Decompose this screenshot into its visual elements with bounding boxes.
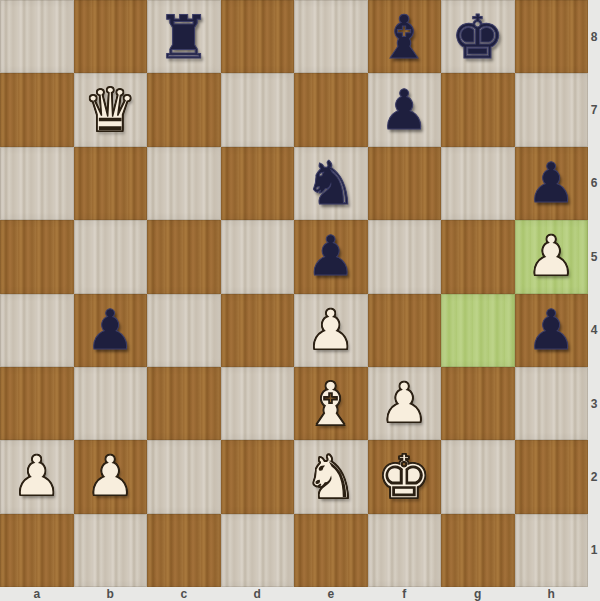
white-queen[interactable]: ♛ — [83, 80, 137, 140]
black-pawn[interactable]: ♟ — [306, 229, 355, 284]
square-a4[interactable] — [0, 294, 74, 367]
file-label-h: h — [515, 587, 589, 601]
black-pawn[interactable]: ♟ — [380, 83, 429, 138]
chess-board: ♜♝♚♛♟♞♟♟♟♟♟♟♝♟♟♟♞♚ — [0, 0, 588, 587]
black-pawn[interactable]: ♟ — [527, 156, 576, 211]
white-pawn[interactable]: ♟ — [12, 449, 61, 504]
square-c4[interactable] — [147, 294, 221, 367]
white-bishop[interactable]: ♝ — [304, 374, 358, 434]
square-f2[interactable]: ♚ — [368, 440, 442, 513]
white-pawn[interactable]: ♟ — [527, 229, 576, 284]
square-g3[interactable] — [441, 367, 515, 440]
rank-label-2: 2 — [588, 440, 600, 513]
white-pawn[interactable]: ♟ — [306, 303, 355, 358]
square-f1[interactable] — [368, 514, 442, 587]
square-e8[interactable] — [294, 0, 368, 73]
square-d4[interactable] — [221, 294, 295, 367]
file-coordinates: abcdefgh — [0, 587, 588, 601]
square-g5[interactable] — [441, 220, 515, 293]
square-f6[interactable] — [368, 147, 442, 220]
square-c6[interactable] — [147, 147, 221, 220]
square-f4[interactable] — [368, 294, 442, 367]
square-d6[interactable] — [221, 147, 295, 220]
square-f7[interactable]: ♟ — [368, 73, 442, 146]
square-e3[interactable]: ♝ — [294, 367, 368, 440]
square-c1[interactable] — [147, 514, 221, 587]
square-a2[interactable]: ♟ — [0, 440, 74, 513]
chessboard-app: ♜♝♚♛♟♞♟♟♟♟♟♟♝♟♟♟♞♚ 87654321 abcdefgh — [0, 0, 600, 601]
square-b7[interactable]: ♛ — [74, 73, 148, 146]
black-pawn[interactable]: ♟ — [527, 303, 576, 358]
square-d5[interactable] — [221, 220, 295, 293]
rank-label-1: 1 — [588, 514, 600, 587]
square-a8[interactable] — [0, 0, 74, 73]
square-d1[interactable] — [221, 514, 295, 587]
white-pawn[interactable]: ♟ — [380, 376, 429, 431]
square-d7[interactable] — [221, 73, 295, 146]
square-a5[interactable] — [0, 220, 74, 293]
square-h3[interactable] — [515, 367, 589, 440]
black-bishop[interactable]: ♝ — [377, 7, 431, 67]
square-b2[interactable]: ♟ — [74, 440, 148, 513]
rank-label-3: 3 — [588, 367, 600, 440]
white-pawn[interactable]: ♟ — [86, 449, 135, 504]
file-label-b: b — [74, 587, 148, 601]
square-b4[interactable]: ♟ — [74, 294, 148, 367]
file-label-e: e — [294, 587, 368, 601]
square-g6[interactable] — [441, 147, 515, 220]
square-b5[interactable] — [74, 220, 148, 293]
square-d3[interactable] — [221, 367, 295, 440]
square-h4[interactable]: ♟ — [515, 294, 589, 367]
square-a1[interactable] — [0, 514, 74, 587]
white-king[interactable]: ♚ — [377, 447, 431, 507]
coordinate-corner — [588, 587, 600, 601]
square-f8[interactable]: ♝ — [368, 0, 442, 73]
square-f5[interactable] — [368, 220, 442, 293]
square-b8[interactable] — [74, 0, 148, 73]
square-e6[interactable]: ♞ — [294, 147, 368, 220]
square-f3[interactable]: ♟ — [368, 367, 442, 440]
square-h7[interactable] — [515, 73, 589, 146]
square-e1[interactable] — [294, 514, 368, 587]
square-h2[interactable] — [515, 440, 589, 513]
square-g1[interactable] — [441, 514, 515, 587]
square-b6[interactable] — [74, 147, 148, 220]
rank-label-8: 8 — [588, 0, 600, 73]
square-c5[interactable] — [147, 220, 221, 293]
square-c8[interactable]: ♜ — [147, 0, 221, 73]
rank-coordinates: 87654321 — [588, 0, 600, 587]
square-h8[interactable] — [515, 0, 589, 73]
square-c7[interactable] — [147, 73, 221, 146]
square-e5[interactable]: ♟ — [294, 220, 368, 293]
file-label-c: c — [147, 587, 221, 601]
white-knight[interactable]: ♞ — [304, 447, 358, 507]
square-a3[interactable] — [0, 367, 74, 440]
rank-label-6: 6 — [588, 147, 600, 220]
file-label-f: f — [368, 587, 442, 601]
square-g4[interactable] — [441, 294, 515, 367]
rank-label-5: 5 — [588, 220, 600, 293]
square-h6[interactable]: ♟ — [515, 147, 589, 220]
black-king[interactable]: ♚ — [451, 7, 505, 67]
black-knight[interactable]: ♞ — [304, 153, 358, 213]
file-label-g: g — [441, 587, 515, 601]
square-h1[interactable] — [515, 514, 589, 587]
square-d2[interactable] — [221, 440, 295, 513]
square-g2[interactable] — [441, 440, 515, 513]
black-pawn[interactable]: ♟ — [86, 303, 135, 358]
rank-label-4: 4 — [588, 294, 600, 367]
file-label-a: a — [0, 587, 74, 601]
square-e2[interactable]: ♞ — [294, 440, 368, 513]
square-c3[interactable] — [147, 367, 221, 440]
square-g8[interactable]: ♚ — [441, 0, 515, 73]
file-label-d: d — [221, 587, 295, 601]
square-h5[interactable]: ♟ — [515, 220, 589, 293]
square-b1[interactable] — [74, 514, 148, 587]
square-e7[interactable] — [294, 73, 368, 146]
square-g7[interactable] — [441, 73, 515, 146]
black-rook[interactable]: ♜ — [157, 7, 211, 67]
square-a6[interactable] — [0, 147, 74, 220]
square-d8[interactable] — [221, 0, 295, 73]
square-c2[interactable] — [147, 440, 221, 513]
square-e4[interactable]: ♟ — [294, 294, 368, 367]
square-b3[interactable] — [74, 367, 148, 440]
square-a7[interactable] — [0, 73, 74, 146]
rank-label-7: 7 — [588, 73, 600, 146]
